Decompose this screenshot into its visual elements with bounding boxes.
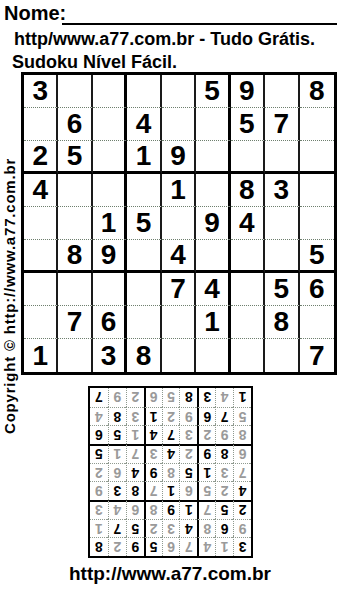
puzzle-cell-r4c9[interactable] xyxy=(300,174,334,207)
solution-cell-r7c5: 7 xyxy=(162,425,180,444)
solution-cell-r6c6: 3 xyxy=(144,444,162,463)
puzzle-cell-r2c4: 4 xyxy=(127,108,161,141)
puzzle-cell-r2c1[interactable] xyxy=(24,108,58,141)
puzzle-cell-r1c4[interactable] xyxy=(127,75,161,108)
site-tagline: http/www.a77.com.br - Tudo Grátis. xyxy=(14,29,315,50)
puzzle-cell-r8c4[interactable] xyxy=(127,306,161,339)
puzzle-cell-r4c3[interactable] xyxy=(93,174,127,207)
solution-cell-r2c2: 6 xyxy=(215,519,233,538)
solution-cell-r7c1: 8 xyxy=(233,425,251,444)
puzzle-cell-r5c6: 9 xyxy=(196,207,230,240)
solution-cell-r3c8: 4 xyxy=(108,500,126,519)
solution-cell-r8c5: 2 xyxy=(162,407,180,426)
puzzle-cell-r1c9: 8 xyxy=(300,75,334,108)
puzzle-cell-r6c3: 9 xyxy=(93,240,127,273)
solution-cell-r5c1: 7 xyxy=(233,463,251,482)
puzzle-cell-r5c5[interactable] xyxy=(162,207,196,240)
solution-cell-r5c9: 2 xyxy=(90,463,108,482)
solution-cell-r1c9: 8 xyxy=(90,537,108,556)
solution-cell-r8c1: 5 xyxy=(233,407,251,426)
puzzle-cell-r6c1[interactable] xyxy=(24,240,58,273)
puzzle-cell-r7c1[interactable] xyxy=(24,273,58,306)
solution-cell-r3c9: 3 xyxy=(90,500,108,519)
puzzle-cell-r2c5[interactable] xyxy=(162,108,196,141)
solution-cell-r9c2: 4 xyxy=(215,388,233,407)
solution-cell-r3c2: 5 xyxy=(215,500,233,519)
name-label: Nome: xyxy=(4,2,66,25)
sudoku-board: 359864572519418315948945745676181387 xyxy=(21,72,337,375)
solution-cell-r8c8: 8 xyxy=(108,407,126,426)
solution-cell-r7c9: 6 xyxy=(90,425,108,444)
puzzle-cell-r9c6[interactable] xyxy=(196,339,230,372)
puzzle-cell-r9c7[interactable] xyxy=(231,339,265,372)
puzzle-cell-r3c5: 9 xyxy=(162,141,196,174)
solution-cell-r9c8: 9 xyxy=(108,388,126,407)
solution-cell-r6c3: 9 xyxy=(197,444,215,463)
solution-cell-r4c6: 7 xyxy=(144,481,162,500)
solution-cell-r5c2: 3 xyxy=(215,463,233,482)
solution-cell-r4c4: 6 xyxy=(179,481,197,500)
solution-cell-r8c7: 3 xyxy=(126,407,144,426)
solution-cell-r8c6: 1 xyxy=(144,407,162,426)
solution-cell-r8c3: 6 xyxy=(197,407,215,426)
puzzle-cell-r3c9[interactable] xyxy=(300,141,334,174)
puzzle-cell-r5c3: 1 xyxy=(93,207,127,240)
solution-cell-r7c2: 9 xyxy=(215,425,233,444)
solution-cell-r2c1: 9 xyxy=(233,519,251,538)
solution-cell-r5c7: 4 xyxy=(126,463,144,482)
puzzle-cell-r3c8[interactable] xyxy=(265,141,299,174)
puzzle-cell-r3c4: 1 xyxy=(127,141,161,174)
puzzle-cell-r9c2[interactable] xyxy=(58,339,92,372)
puzzle-cell-r6c7[interactable] xyxy=(231,240,265,273)
puzzle-cell-r9c1: 1 xyxy=(24,339,58,372)
solution-cell-r6c7: 7 xyxy=(126,444,144,463)
solution-cell-r3c7: 6 xyxy=(126,500,144,519)
solution-cell-r1c2: 1 xyxy=(215,537,233,556)
solution-cell-r6c4: 2 xyxy=(179,444,197,463)
name-underline xyxy=(62,23,337,25)
solution-cell-r6c9: 5 xyxy=(90,444,108,463)
solution-cell-r1c1: 3 xyxy=(233,537,251,556)
puzzle-cell-r9c9: 7 xyxy=(300,339,334,372)
puzzle-cell-r3c3[interactable] xyxy=(93,141,127,174)
sudoku-worksheet-page: Nome: http/www.a77.com.br - Tudo Grátis.… xyxy=(0,0,340,596)
solution-cell-r4c9: 9 xyxy=(90,481,108,500)
puzzle-cell-r9c5[interactable] xyxy=(162,339,196,372)
solution-cell-r7c3: 2 xyxy=(197,425,215,444)
solution-cell-r5c5: 8 xyxy=(162,463,180,482)
puzzle-cell-r8c8: 8 xyxy=(265,306,299,339)
puzzle-cell-r8c1[interactable] xyxy=(24,306,58,339)
solution-cell-r8c9: 4 xyxy=(90,407,108,426)
puzzle-cell-r4c4[interactable] xyxy=(127,174,161,207)
puzzle-cell-r7c8: 5 xyxy=(265,273,299,306)
solution-cell-r4c3: 5 xyxy=(197,481,215,500)
puzzle-cell-r7c6: 4 xyxy=(196,273,230,306)
solution-cell-r4c7: 8 xyxy=(126,481,144,500)
puzzle-cell-r3c6[interactable] xyxy=(196,141,230,174)
puzzle-cell-r1c2[interactable] xyxy=(58,75,92,108)
puzzle-cell-r2c2: 6 xyxy=(58,108,92,141)
puzzle-cell-r8c3: 6 xyxy=(93,306,127,339)
puzzle-cell-r2c3[interactable] xyxy=(93,108,127,141)
solution-cell-r9c1: 1 xyxy=(233,388,251,407)
solution-cell-r2c8: 7 xyxy=(108,519,126,538)
puzzle-cell-r8c5[interactable] xyxy=(162,306,196,339)
solution-cell-r3c3: 7 xyxy=(197,500,215,519)
puzzle-cell-r1c7: 9 xyxy=(231,75,265,108)
solution-cell-r1c3: 4 xyxy=(197,537,215,556)
puzzle-cell-r6c5: 4 xyxy=(162,240,196,273)
puzzle-cell-r9c3: 3 xyxy=(93,339,127,372)
solution-cell-r2c3: 8 xyxy=(197,519,215,538)
solution-cell-r9c3: 3 xyxy=(197,388,215,407)
solution-board-rotated: 3147659289684325712571986434256178397315… xyxy=(88,386,253,558)
puzzle-cell-r2c7: 5 xyxy=(231,108,265,141)
solution-cell-r8c4: 9 xyxy=(179,407,197,426)
puzzle-cell-r8c6: 1 xyxy=(196,306,230,339)
puzzle-cell-r8c7[interactable] xyxy=(231,306,265,339)
puzzle-cell-r8c9[interactable] xyxy=(300,306,334,339)
solution-cell-r3c6: 8 xyxy=(144,500,162,519)
solution-cell-r6c5: 4 xyxy=(162,444,180,463)
puzzle-cell-r1c6: 5 xyxy=(196,75,230,108)
puzzle-cell-r4c2[interactable] xyxy=(58,174,92,207)
solution-cell-r4c2: 2 xyxy=(215,481,233,500)
solution-cell-r8c2: 7 xyxy=(215,407,233,426)
puzzle-cell-r5c7: 4 xyxy=(231,207,265,240)
solution-cell-r6c2: 8 xyxy=(215,444,233,463)
puzzle-cell-r6c6[interactable] xyxy=(196,240,230,273)
solution-cell-r3c4: 1 xyxy=(179,500,197,519)
puzzle-cell-r4c8: 3 xyxy=(265,174,299,207)
puzzle-cell-r6c9: 5 xyxy=(300,240,334,273)
footer-url: http://www.a77.com.br xyxy=(0,563,340,585)
solution-cell-r6c1: 6 xyxy=(233,444,251,463)
solution-cell-r3c5: 9 xyxy=(162,500,180,519)
puzzle-cell-r2c6[interactable] xyxy=(196,108,230,141)
puzzle-title: Sudoku Nível Fácil. xyxy=(12,52,177,73)
solution-cell-r1c8: 2 xyxy=(108,537,126,556)
puzzle-cell-r6c8[interactable] xyxy=(265,240,299,273)
puzzle-cell-r3c1: 2 xyxy=(24,141,58,174)
puzzle-cell-r5c4: 5 xyxy=(127,207,161,240)
puzzle-cell-r6c4[interactable] xyxy=(127,240,161,273)
puzzle-cell-r7c7[interactable] xyxy=(231,273,265,306)
solution-cell-r2c7: 5 xyxy=(126,519,144,538)
solution-cell-r6c8: 1 xyxy=(108,444,126,463)
solution-cell-r1c4: 7 xyxy=(179,537,197,556)
solution-cell-r7c8: 5 xyxy=(108,425,126,444)
solution-cell-r9c6: 6 xyxy=(144,388,162,407)
puzzle-cell-r1c5[interactable] xyxy=(162,75,196,108)
solution-cell-r1c5: 6 xyxy=(162,537,180,556)
puzzle-cell-r8c2: 7 xyxy=(58,306,92,339)
solution-cell-r2c9: 1 xyxy=(90,519,108,538)
puzzle-cell-r5c9[interactable] xyxy=(300,207,334,240)
puzzle-cell-r4c7: 8 xyxy=(231,174,265,207)
solution-cell-r2c4: 4 xyxy=(179,519,197,538)
puzzle-cell-r7c4[interactable] xyxy=(127,273,161,306)
solution-cell-r4c1: 4 xyxy=(233,481,251,500)
puzzle-cell-r1c3[interactable] xyxy=(93,75,127,108)
copyright-vertical: Copyright © http://www.a77.com.br xyxy=(1,434,19,452)
puzzle-cell-r2c9[interactable] xyxy=(300,108,334,141)
solution-cell-r9c4: 8 xyxy=(179,388,197,407)
solution-cell-r4c8: 3 xyxy=(108,481,126,500)
solution-cell-r3c1: 2 xyxy=(233,500,251,519)
solution-cell-r7c7: 1 xyxy=(126,425,144,444)
solution-cell-r7c6: 4 xyxy=(144,425,162,444)
puzzle-cell-r4c5: 1 xyxy=(162,174,196,207)
puzzle-cell-r1c1: 3 xyxy=(24,75,58,108)
solution-cell-r7c4: 3 xyxy=(179,425,197,444)
solution-cell-r5c4: 5 xyxy=(179,463,197,482)
solution-cell-r9c7: 2 xyxy=(126,388,144,407)
puzzle-cell-r7c5: 7 xyxy=(162,273,196,306)
puzzle-cell-r5c8[interactable] xyxy=(265,207,299,240)
solution-cell-r9c9: 7 xyxy=(90,388,108,407)
puzzle-cell-r1c8[interactable] xyxy=(265,75,299,108)
puzzle-cell-r4c6[interactable] xyxy=(196,174,230,207)
puzzle-cell-r7c3[interactable] xyxy=(93,273,127,306)
puzzle-cell-r7c2[interactable] xyxy=(58,273,92,306)
puzzle-cell-r4c1: 4 xyxy=(24,174,58,207)
puzzle-cell-r9c8[interactable] xyxy=(265,339,299,372)
solution-cell-r4c5: 1 xyxy=(162,481,180,500)
puzzle-cell-r5c1[interactable] xyxy=(24,207,58,240)
puzzle-cell-r7c9: 6 xyxy=(300,273,334,306)
copyright-text: Copyright © http://www.a77.com.br xyxy=(1,158,18,434)
solution-cell-r2c5: 3 xyxy=(162,519,180,538)
puzzle-cell-r5c2[interactable] xyxy=(58,207,92,240)
solution-cell-r5c3: 1 xyxy=(197,463,215,482)
solution-cell-r5c8: 6 xyxy=(108,463,126,482)
puzzle-cell-r6c2: 8 xyxy=(58,240,92,273)
puzzle-cell-r2c8: 7 xyxy=(265,108,299,141)
solution-cell-r1c7: 9 xyxy=(126,537,144,556)
solution-cell-r2c6: 2 xyxy=(144,519,162,538)
solution-cell-r5c6: 9 xyxy=(144,463,162,482)
puzzle-cell-r9c4: 8 xyxy=(127,339,161,372)
puzzle-cell-r3c7[interactable] xyxy=(231,141,265,174)
solution-cell-r1c6: 5 xyxy=(144,537,162,556)
solution-cell-r9c5: 5 xyxy=(162,388,180,407)
puzzle-cell-r3c2: 5 xyxy=(58,141,92,174)
